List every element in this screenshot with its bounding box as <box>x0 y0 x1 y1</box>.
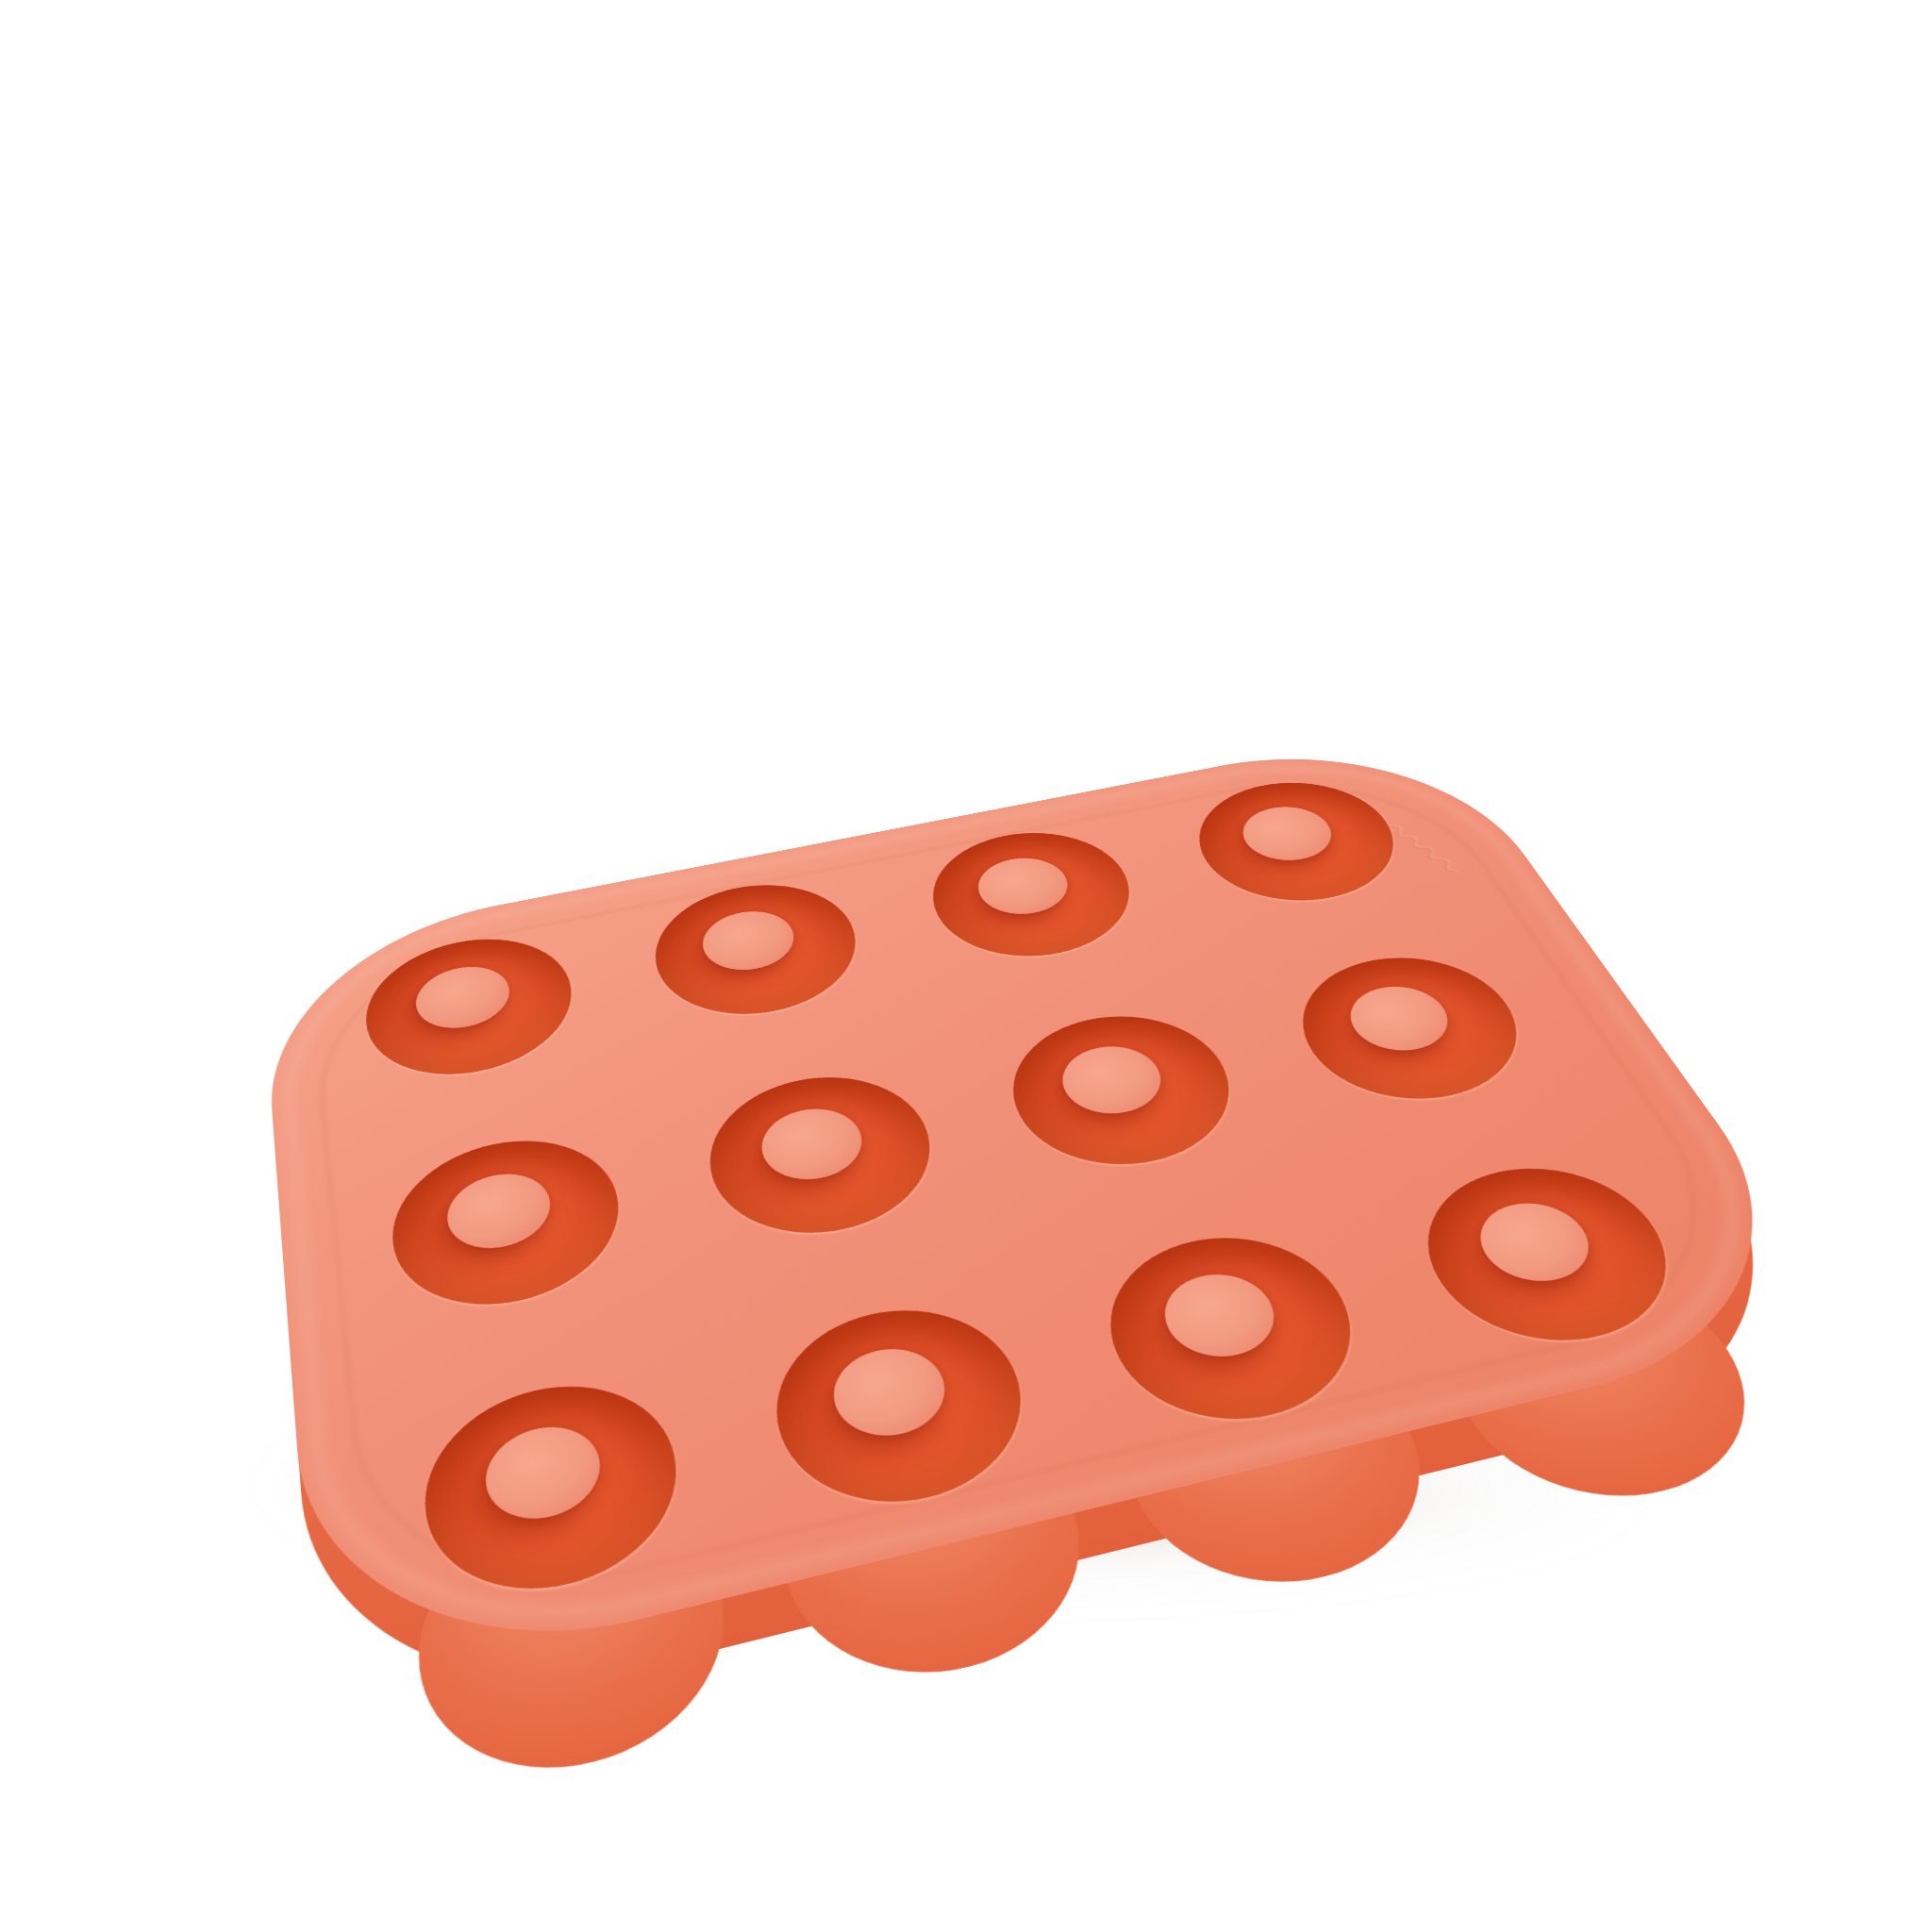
donut-cavity-r2c4 <box>1274 941 1552 1118</box>
donut-cavity-r1c3 <box>912 818 1155 973</box>
donut-cavity-r2c1 <box>384 1122 635 1325</box>
donut-mold-pan <box>260 725 1860 1698</box>
product-photo-scene <box>0 0 1932 1932</box>
donut-cavity-r1c4 <box>1174 769 1424 917</box>
donut-cavity-r2c2 <box>692 1059 954 1254</box>
donut-cavity-r3c1 <box>414 1364 695 1615</box>
pan-rotation-wrapper <box>0 0 1932 1932</box>
cavity-center-post <box>1463 1193 1606 1291</box>
donut-cavity-r3c4 <box>1392 1149 1707 1363</box>
cavity-center-post <box>442 1165 556 1257</box>
donut-cavity-r3c3 <box>1081 1217 1387 1442</box>
cavity-center-post <box>695 904 802 977</box>
cavity-center-post <box>1230 800 1343 867</box>
donut-cavity-r1c2 <box>641 870 874 1031</box>
donut-cavity-r3c2 <box>756 1289 1050 1526</box>
cavity-center-post <box>411 959 514 1036</box>
cavity-center-post <box>1150 1264 1289 1366</box>
donut-cavity-r2c3 <box>989 999 1258 1184</box>
cavity-center-post <box>1336 978 1462 1058</box>
cavity-center-post <box>968 851 1078 921</box>
donut-cavity-r1c1 <box>358 924 584 1092</box>
cavity-center-post <box>479 1416 607 1529</box>
cavity-center-post <box>1050 1039 1173 1123</box>
cavity-center-post <box>823 1339 956 1446</box>
cavity-center-post <box>753 1100 871 1188</box>
